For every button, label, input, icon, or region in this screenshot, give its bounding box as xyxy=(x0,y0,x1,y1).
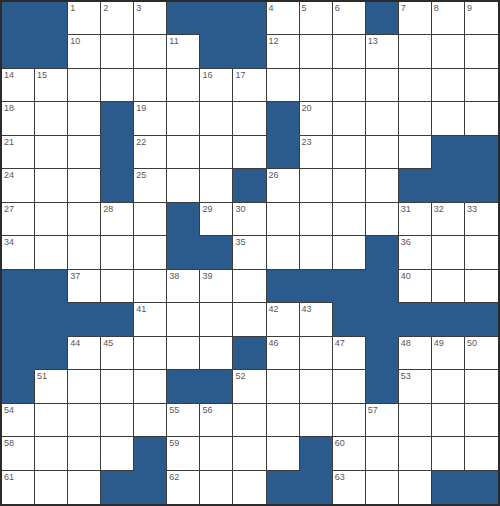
clue-number: 40 xyxy=(401,271,411,282)
letter-cell[interactable] xyxy=(267,236,300,269)
clue-number: 45 xyxy=(103,338,113,349)
letter-cell[interactable] xyxy=(432,437,465,470)
block-cell xyxy=(366,337,399,370)
letter-cell[interactable] xyxy=(399,102,432,135)
block-cell xyxy=(233,169,266,202)
letter-cell[interactable]: 21 xyxy=(2,136,35,169)
clue-number: 35 xyxy=(235,237,245,248)
block-cell xyxy=(300,437,333,470)
clue-number: 29 xyxy=(202,204,212,215)
letter-cell[interactable]: 48 xyxy=(399,337,432,370)
letter-cell[interactable]: 18 xyxy=(2,102,35,135)
letter-cell[interactable] xyxy=(300,203,333,236)
letter-cell[interactable] xyxy=(333,102,366,135)
letter-cell[interactable] xyxy=(300,69,333,102)
block-cell xyxy=(101,169,134,202)
clue-number: 11 xyxy=(169,36,178,47)
clue-number: 50 xyxy=(467,338,477,349)
letter-cell[interactable]: 57 xyxy=(366,404,399,437)
block-cell xyxy=(267,102,300,135)
letter-cell[interactable] xyxy=(233,471,266,504)
clue-number: 20 xyxy=(302,103,312,114)
letter-cell[interactable] xyxy=(432,69,465,102)
letter-cell[interactable] xyxy=(432,236,465,269)
letter-cell[interactable] xyxy=(432,404,465,437)
block-cell xyxy=(2,35,35,68)
letter-cell[interactable]: 19 xyxy=(134,102,167,135)
letter-cell[interactable] xyxy=(465,102,498,135)
letter-cell[interactable]: 14 xyxy=(2,69,35,102)
letter-cell[interactable]: 13 xyxy=(366,35,399,68)
letter-cell[interactable] xyxy=(68,102,101,135)
letter-cell[interactable]: 58 xyxy=(2,437,35,470)
letter-cell[interactable]: 39 xyxy=(200,270,233,303)
clue-number: 28 xyxy=(103,204,113,215)
block-cell xyxy=(366,270,399,303)
letter-cell[interactable]: 41 xyxy=(134,303,167,336)
block-cell xyxy=(200,2,233,35)
letter-cell[interactable]: 16 xyxy=(200,69,233,102)
letter-cell[interactable] xyxy=(101,370,134,403)
letter-cell[interactable] xyxy=(35,404,68,437)
block-cell xyxy=(134,437,167,470)
clue-number: 51 xyxy=(37,371,47,382)
letter-cell[interactable] xyxy=(35,136,68,169)
letter-cell[interactable] xyxy=(200,437,233,470)
clue-number: 31 xyxy=(401,204,411,215)
block-cell xyxy=(35,270,68,303)
letter-cell[interactable] xyxy=(167,169,200,202)
clue-number: 19 xyxy=(136,103,146,114)
letter-cell[interactable]: 63 xyxy=(333,471,366,504)
letter-cell[interactable] xyxy=(35,203,68,236)
clue-number: 36 xyxy=(401,237,411,248)
letter-cell[interactable]: 62 xyxy=(167,471,200,504)
clue-number: 5 xyxy=(302,3,307,14)
block-cell xyxy=(432,471,465,504)
letter-cell[interactable]: 52 xyxy=(233,370,266,403)
clue-number: 2 xyxy=(103,3,108,14)
letter-cell[interactable]: 46 xyxy=(267,337,300,370)
letter-cell[interactable] xyxy=(200,102,233,135)
letter-cell[interactable] xyxy=(167,136,200,169)
letter-cell[interactable]: 30 xyxy=(233,203,266,236)
block-cell xyxy=(35,337,68,370)
block-cell xyxy=(2,2,35,35)
block-cell xyxy=(200,370,233,403)
letter-cell[interactable]: 40 xyxy=(399,270,432,303)
clue-number: 12 xyxy=(269,36,279,47)
block-cell xyxy=(134,471,167,504)
letter-cell[interactable] xyxy=(233,303,266,336)
block-cell xyxy=(465,136,498,169)
letter-cell[interactable] xyxy=(366,203,399,236)
clue-number: 30 xyxy=(235,204,245,215)
letter-cell[interactable]: 29 xyxy=(200,203,233,236)
clue-number: 4 xyxy=(269,3,274,14)
letter-cell[interactable]: 27 xyxy=(2,203,35,236)
block-cell xyxy=(35,303,68,336)
letter-cell[interactable]: 23 xyxy=(300,136,333,169)
letter-cell[interactable] xyxy=(167,303,200,336)
letter-cell[interactable]: 42 xyxy=(267,303,300,336)
letter-cell[interactable] xyxy=(68,437,101,470)
letter-cell[interactable]: 2 xyxy=(101,2,134,35)
letter-cell[interactable]: 60 xyxy=(333,437,366,470)
letter-cell[interactable] xyxy=(432,102,465,135)
letter-cell[interactable] xyxy=(200,169,233,202)
letter-cell[interactable] xyxy=(134,203,167,236)
letter-cell[interactable]: 38 xyxy=(167,270,200,303)
clue-number: 57 xyxy=(368,405,378,416)
letter-cell[interactable]: 32 xyxy=(432,203,465,236)
letter-cell[interactable] xyxy=(35,169,68,202)
clue-number: 8 xyxy=(434,3,439,14)
letter-cell[interactable] xyxy=(399,471,432,504)
block-cell xyxy=(233,337,266,370)
clue-number: 3 xyxy=(136,3,141,14)
letter-cell[interactable] xyxy=(35,437,68,470)
letter-cell[interactable] xyxy=(233,437,266,470)
clue-number: 21 xyxy=(4,137,14,148)
letter-cell[interactable] xyxy=(233,270,266,303)
letter-cell[interactable]: 11 xyxy=(167,35,200,68)
letter-cell[interactable] xyxy=(333,136,366,169)
letter-cell[interactable] xyxy=(101,35,134,68)
clue-number: 32 xyxy=(434,204,444,215)
clue-number: 55 xyxy=(169,405,179,416)
block-cell xyxy=(233,2,266,35)
clue-number: 52 xyxy=(235,371,245,382)
clue-number: 18 xyxy=(4,103,14,114)
block-cell xyxy=(267,471,300,504)
letter-cell[interactable] xyxy=(233,404,266,437)
letter-cell[interactable] xyxy=(465,69,498,102)
clue-number: 27 xyxy=(4,204,14,215)
letter-cell[interactable] xyxy=(399,136,432,169)
letter-cell[interactable]: 55 xyxy=(167,404,200,437)
block-cell xyxy=(465,169,498,202)
block-cell xyxy=(399,169,432,202)
clue-number: 61 xyxy=(4,472,14,483)
letter-cell[interactable] xyxy=(134,370,167,403)
block-cell xyxy=(35,35,68,68)
block-cell xyxy=(167,203,200,236)
letter-cell[interactable] xyxy=(68,69,101,102)
letter-cell[interactable]: 61 xyxy=(2,471,35,504)
clue-number: 59 xyxy=(169,438,179,449)
block-cell xyxy=(432,136,465,169)
letter-cell[interactable] xyxy=(333,69,366,102)
letter-cell[interactable]: 43 xyxy=(300,303,333,336)
letter-cell[interactable]: 34 xyxy=(2,236,35,269)
letter-cell[interactable]: 37 xyxy=(68,270,101,303)
clue-number: 26 xyxy=(269,170,279,181)
letter-cell[interactable] xyxy=(134,337,167,370)
clue-number: 56 xyxy=(202,405,212,416)
block-cell xyxy=(68,303,101,336)
letter-cell[interactable] xyxy=(200,136,233,169)
block-cell xyxy=(333,303,366,336)
block-cell xyxy=(300,471,333,504)
block-cell xyxy=(101,136,134,169)
letter-cell[interactable] xyxy=(68,471,101,504)
clue-number: 47 xyxy=(335,338,345,349)
letter-cell[interactable] xyxy=(68,169,101,202)
letter-cell[interactable] xyxy=(366,136,399,169)
letter-cell[interactable]: 47 xyxy=(333,337,366,370)
letter-cell[interactable]: 20 xyxy=(300,102,333,135)
block-cell xyxy=(333,270,366,303)
block-cell xyxy=(366,2,399,35)
letter-cell[interactable] xyxy=(300,337,333,370)
letter-cell[interactable]: 26 xyxy=(267,169,300,202)
clue-number: 7 xyxy=(401,3,406,14)
clue-number: 46 xyxy=(269,338,279,349)
letter-cell[interactable] xyxy=(68,404,101,437)
clue-number: 10 xyxy=(70,36,80,47)
block-cell xyxy=(300,270,333,303)
block-cell xyxy=(2,303,35,336)
block-cell xyxy=(366,303,399,336)
block-cell xyxy=(267,136,300,169)
letter-cell[interactable] xyxy=(366,69,399,102)
crossword-board: 1234567891011121314151617181920212223242… xyxy=(0,0,500,506)
block-cell xyxy=(366,236,399,269)
clue-number: 63 xyxy=(335,472,345,483)
clue-number: 44 xyxy=(70,338,80,349)
letter-cell[interactable] xyxy=(134,35,167,68)
clue-number: 48 xyxy=(401,338,411,349)
block-cell xyxy=(399,303,432,336)
letter-cell[interactable]: 53 xyxy=(399,370,432,403)
clue-number: 22 xyxy=(136,137,146,148)
block-cell xyxy=(366,370,399,403)
letter-cell[interactable]: 33 xyxy=(465,203,498,236)
letter-cell[interactable]: 8 xyxy=(432,2,465,35)
clue-number: 6 xyxy=(335,3,340,14)
letter-cell[interactable] xyxy=(465,404,498,437)
letter-cell[interactable]: 7 xyxy=(399,2,432,35)
letter-cell[interactable]: 25 xyxy=(134,169,167,202)
letter-cell[interactable] xyxy=(333,203,366,236)
clue-number: 14 xyxy=(4,70,14,81)
letter-cell[interactable]: 3 xyxy=(134,2,167,35)
letter-cell[interactable] xyxy=(35,471,68,504)
letter-cell[interactable] xyxy=(101,270,134,303)
letter-cell[interactable]: 50 xyxy=(465,337,498,370)
clue-number: 37 xyxy=(70,271,80,282)
clue-number: 58 xyxy=(4,438,14,449)
letter-cell[interactable]: 54 xyxy=(2,404,35,437)
letter-cell[interactable]: 56 xyxy=(200,404,233,437)
letter-cell[interactable] xyxy=(333,35,366,68)
letter-cell[interactable] xyxy=(333,169,366,202)
block-cell xyxy=(101,471,134,504)
letter-cell[interactable]: 35 xyxy=(233,236,266,269)
letter-cell[interactable] xyxy=(134,236,167,269)
block-cell xyxy=(432,303,465,336)
letter-cell[interactable] xyxy=(366,102,399,135)
letter-cell[interactable]: 1 xyxy=(68,2,101,35)
letter-cell[interactable] xyxy=(200,471,233,504)
block-cell xyxy=(167,236,200,269)
letter-cell[interactable]: 36 xyxy=(399,236,432,269)
clue-number: 60 xyxy=(335,438,345,449)
letter-cell[interactable] xyxy=(233,102,266,135)
letter-cell[interactable]: 12 xyxy=(267,35,300,68)
letter-cell[interactable] xyxy=(101,69,134,102)
letter-cell[interactable] xyxy=(465,236,498,269)
block-cell xyxy=(101,102,134,135)
clue-number: 62 xyxy=(169,472,179,483)
clue-number: 9 xyxy=(467,3,472,14)
clue-number: 54 xyxy=(4,405,14,416)
letter-cell[interactable] xyxy=(399,437,432,470)
clue-number: 34 xyxy=(4,237,14,248)
letter-cell[interactable] xyxy=(101,236,134,269)
block-cell xyxy=(35,2,68,35)
clue-number: 38 xyxy=(169,271,179,282)
letter-cell[interactable] xyxy=(432,35,465,68)
clue-number: 43 xyxy=(302,304,312,315)
letter-cell[interactable] xyxy=(267,69,300,102)
letter-cell[interactable] xyxy=(134,270,167,303)
letter-cell[interactable] xyxy=(267,370,300,403)
letter-cell[interactable] xyxy=(167,337,200,370)
letter-cell[interactable] xyxy=(399,35,432,68)
block-cell xyxy=(200,236,233,269)
clue-number: 53 xyxy=(401,371,411,382)
letter-cell[interactable] xyxy=(200,303,233,336)
letter-cell[interactable]: 6 xyxy=(333,2,366,35)
letter-cell[interactable] xyxy=(465,370,498,403)
letter-cell[interactable] xyxy=(432,270,465,303)
clue-number: 1 xyxy=(70,3,75,14)
letter-cell[interactable]: 15 xyxy=(35,69,68,102)
clue-number: 39 xyxy=(202,271,212,282)
letter-cell[interactable] xyxy=(68,236,101,269)
letter-cell[interactable] xyxy=(267,404,300,437)
letter-cell[interactable] xyxy=(465,270,498,303)
clue-number: 13 xyxy=(368,36,378,47)
block-cell xyxy=(200,35,233,68)
block-cell xyxy=(465,471,498,504)
block-cell xyxy=(101,303,134,336)
clue-number: 15 xyxy=(37,70,47,81)
letter-cell[interactable] xyxy=(200,337,233,370)
clue-number: 25 xyxy=(136,170,146,181)
letter-cell[interactable] xyxy=(35,236,68,269)
clue-number: 17 xyxy=(235,70,245,81)
block-cell xyxy=(2,370,35,403)
letter-cell[interactable] xyxy=(300,169,333,202)
letter-cell[interactable] xyxy=(432,370,465,403)
letter-cell[interactable] xyxy=(68,370,101,403)
letter-cell[interactable]: 51 xyxy=(35,370,68,403)
letter-cell[interactable] xyxy=(101,437,134,470)
letter-cell[interactable] xyxy=(267,437,300,470)
clue-number: 24 xyxy=(4,170,14,181)
clue-number: 49 xyxy=(434,338,444,349)
letter-cell[interactable] xyxy=(68,136,101,169)
clue-number: 42 xyxy=(269,304,279,315)
block-cell xyxy=(2,270,35,303)
letter-cell[interactable] xyxy=(465,35,498,68)
block-cell xyxy=(465,303,498,336)
letter-cell[interactable]: 24 xyxy=(2,169,35,202)
block-cell xyxy=(2,337,35,370)
letter-cell[interactable] xyxy=(465,437,498,470)
block-cell xyxy=(233,35,266,68)
block-cell xyxy=(167,370,200,403)
letter-cell[interactable]: 17 xyxy=(233,69,266,102)
block-cell xyxy=(432,169,465,202)
block-cell xyxy=(167,2,200,35)
letter-cell[interactable]: 59 xyxy=(167,437,200,470)
letter-cell[interactable]: 45 xyxy=(101,337,134,370)
clue-number: 23 xyxy=(302,137,312,148)
letter-cell[interactable]: 10 xyxy=(68,35,101,68)
letter-cell[interactable] xyxy=(366,471,399,504)
letter-cell[interactable]: 44 xyxy=(68,337,101,370)
letter-cell[interactable] xyxy=(68,203,101,236)
letter-cell[interactable] xyxy=(101,404,134,437)
letter-cell[interactable]: 9 xyxy=(465,2,498,35)
letter-cell[interactable] xyxy=(333,236,366,269)
letter-cell[interactable] xyxy=(300,404,333,437)
letter-cell[interactable] xyxy=(366,169,399,202)
letter-cell[interactable]: 49 xyxy=(432,337,465,370)
letter-cell[interactable]: 31 xyxy=(399,203,432,236)
letter-cell[interactable] xyxy=(134,404,167,437)
letter-cell[interactable] xyxy=(233,136,266,169)
letter-cell[interactable]: 4 xyxy=(267,2,300,35)
letter-cell[interactable] xyxy=(366,437,399,470)
letter-cell[interactable] xyxy=(333,370,366,403)
letter-cell[interactable] xyxy=(134,69,167,102)
letter-cell[interactable] xyxy=(399,404,432,437)
letter-cell[interactable] xyxy=(300,236,333,269)
letter-cell[interactable] xyxy=(399,69,432,102)
block-cell xyxy=(267,270,300,303)
letter-cell[interactable]: 22 xyxy=(134,136,167,169)
letter-cell[interactable] xyxy=(300,35,333,68)
letter-cell[interactable] xyxy=(35,102,68,135)
letter-cell[interactable]: 28 xyxy=(101,203,134,236)
letter-cell[interactable] xyxy=(167,102,200,135)
letter-cell[interactable] xyxy=(267,203,300,236)
clue-number: 33 xyxy=(467,204,477,215)
letter-cell[interactable] xyxy=(333,404,366,437)
clue-number: 16 xyxy=(202,70,212,81)
letter-cell[interactable] xyxy=(167,69,200,102)
clue-number: 41 xyxy=(136,304,146,315)
letter-cell[interactable]: 5 xyxy=(300,2,333,35)
letter-cell[interactable] xyxy=(300,370,333,403)
